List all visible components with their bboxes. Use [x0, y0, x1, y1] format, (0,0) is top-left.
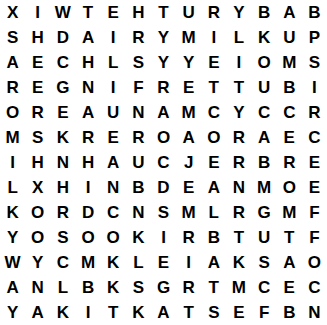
grid-cell[interactable]: A	[75, 25, 100, 50]
grid-cell[interactable]: E	[302, 150, 327, 175]
grid-cell[interactable]: F	[302, 225, 327, 250]
grid-cell[interactable]: Y	[226, 0, 251, 25]
grid-cell[interactable]: G	[50, 75, 75, 100]
grid-cell[interactable]: L	[226, 25, 251, 50]
grid-cell[interactable]: I	[151, 225, 176, 250]
grid-cell[interactable]: I	[75, 175, 100, 200]
grid-cell[interactable]: J	[176, 150, 201, 175]
grid-cell[interactable]: E	[101, 125, 126, 150]
grid-cell[interactable]: Y	[151, 25, 176, 50]
grid-cell[interactable]: H	[50, 175, 75, 200]
grid-cell[interactable]: E	[302, 175, 327, 200]
grid-cell[interactable]: X	[25, 175, 50, 200]
grid-cell[interactable]: Y	[25, 250, 50, 275]
grid-cell[interactable]: N	[226, 175, 251, 200]
grid-cell[interactable]: T	[226, 225, 251, 250]
grid-cell[interactable]: D	[50, 25, 75, 50]
grid-cell[interactable]: E	[50, 100, 75, 125]
grid-cell[interactable]: R	[75, 125, 100, 150]
grid-cell[interactable]: L	[101, 50, 126, 75]
grid-cell[interactable]: O	[302, 250, 327, 275]
grid-cell[interactable]: O	[101, 225, 126, 250]
grid-cell[interactable]: I	[25, 0, 50, 25]
grid-cell[interactable]: Y	[151, 50, 176, 75]
grid-cell[interactable]: N	[126, 200, 151, 225]
grid-cell[interactable]: A	[25, 300, 50, 325]
grid-cell[interactable]: R	[50, 200, 75, 225]
grid-cell[interactable]: S	[302, 50, 327, 75]
grid-cell[interactable]: I	[75, 300, 100, 325]
grid-cell[interactable]: H	[75, 150, 100, 175]
grid-cell[interactable]: S	[201, 300, 226, 325]
grid-cell[interactable]: A	[75, 100, 100, 125]
grid-cell[interactable]: S	[25, 125, 50, 150]
grid-cell[interactable]: A	[101, 150, 126, 175]
grid-cell[interactable]: R	[302, 100, 327, 125]
grid-cell[interactable]: E	[151, 250, 176, 275]
grid-cell[interactable]: S	[252, 250, 277, 275]
grid-cell[interactable]: A	[151, 300, 176, 325]
grid-cell[interactable]: E	[25, 50, 50, 75]
grid-cell[interactable]: H	[126, 0, 151, 25]
grid-cell[interactable]: Y	[176, 50, 201, 75]
grid-cell[interactable]: W	[50, 0, 75, 25]
grid-cell[interactable]: H	[75, 50, 100, 75]
grid-cell[interactable]: C	[302, 275, 327, 300]
grid-cell[interactable]: O	[75, 225, 100, 250]
grid-cell[interactable]: U	[252, 225, 277, 250]
grid-cell[interactable]: M	[176, 200, 201, 225]
grid-cell[interactable]: R	[25, 100, 50, 125]
grid-cell[interactable]: K	[50, 125, 75, 150]
grid-cell[interactable]: E	[201, 150, 226, 175]
grid-cell[interactable]: R	[226, 125, 251, 150]
grid-cell[interactable]: E	[201, 50, 226, 75]
grid-cell[interactable]: R	[226, 150, 251, 175]
grid-cell[interactable]: A	[0, 50, 25, 75]
grid-cell[interactable]: E	[176, 75, 201, 100]
grid-cell[interactable]: I	[0, 150, 25, 175]
grid-cell[interactable]: C	[277, 100, 302, 125]
grid-cell[interactable]: N	[25, 275, 50, 300]
grid-cell[interactable]: M	[226, 275, 251, 300]
grid-cell[interactable]: U	[252, 75, 277, 100]
grid-cell[interactable]: U	[176, 0, 201, 25]
grid-cell[interactable]: T	[277, 225, 302, 250]
grid-cell[interactable]: C	[252, 100, 277, 125]
grid-cell[interactable]: N	[75, 75, 100, 100]
grid-cell[interactable]: O	[151, 125, 176, 150]
grid-cell[interactable]: N	[126, 100, 151, 125]
grid-cell[interactable]: R	[126, 25, 151, 50]
grid-cell[interactable]: R	[176, 275, 201, 300]
grid-cell[interactable]: O	[25, 225, 50, 250]
grid-cell[interactable]: C	[101, 200, 126, 225]
grid-cell[interactable]: A	[151, 100, 176, 125]
grid-cell[interactable]: T	[176, 300, 201, 325]
grid-cell[interactable]: M	[176, 100, 201, 125]
grid-cell[interactable]: A	[277, 250, 302, 275]
grid-cell[interactable]: R	[126, 125, 151, 150]
grid-cell[interactable]: C	[50, 50, 75, 75]
grid-cell[interactable]: S	[0, 25, 25, 50]
grid-cell[interactable]: H	[25, 25, 50, 50]
grid-cell[interactable]: M	[277, 50, 302, 75]
grid-cell[interactable]: Y	[0, 225, 25, 250]
grid-cell[interactable]: E	[277, 125, 302, 150]
grid-cell[interactable]: N	[101, 175, 126, 200]
grid-cell[interactable]: T	[151, 0, 176, 25]
grid-cell[interactable]: F	[126, 75, 151, 100]
grid-cell[interactable]: K	[101, 275, 126, 300]
grid-cell[interactable]: B	[277, 75, 302, 100]
grid-cell[interactable]: L	[126, 250, 151, 275]
grid-cell[interactable]: Y	[0, 300, 25, 325]
grid-cell[interactable]: F	[302, 200, 327, 225]
grid-cell[interactable]: R	[176, 225, 201, 250]
grid-cell[interactable]: A	[176, 125, 201, 150]
grid-cell[interactable]: O	[201, 125, 226, 150]
grid-cell[interactable]: E	[176, 175, 201, 200]
grid-cell[interactable]: N	[302, 300, 327, 325]
grid-cell[interactable]: G	[252, 200, 277, 225]
grid-cell[interactable]: E	[101, 0, 126, 25]
grid-cell[interactable]: B	[302, 0, 327, 25]
grid-cell[interactable]: S	[126, 50, 151, 75]
grid-cell[interactable]: K	[50, 300, 75, 325]
grid-cell[interactable]: C	[252, 275, 277, 300]
grid-cell[interactable]: M	[277, 200, 302, 225]
grid-cell[interactable]: G	[151, 275, 176, 300]
grid-cell[interactable]: S	[126, 275, 151, 300]
grid-cell[interactable]: E	[25, 75, 50, 100]
grid-cell[interactable]: R	[151, 75, 176, 100]
grid-cell[interactable]: C	[302, 125, 327, 150]
grid-cell[interactable]: F	[252, 300, 277, 325]
grid-cell[interactable]: M	[0, 125, 25, 150]
grid-cell[interactable]: I	[101, 75, 126, 100]
grid-cell[interactable]: C	[201, 100, 226, 125]
grid-cell[interactable]: A	[201, 175, 226, 200]
grid-cell[interactable]: L	[0, 175, 25, 200]
grid-cell[interactable]: O	[277, 175, 302, 200]
grid-cell[interactable]: H	[25, 150, 50, 175]
grid-cell[interactable]: L	[50, 275, 75, 300]
grid-cell[interactable]: B	[201, 225, 226, 250]
grid-cell[interactable]: R	[201, 0, 226, 25]
grid-cell[interactable]: E	[277, 275, 302, 300]
grid-cell[interactable]: B	[252, 150, 277, 175]
grid-cell[interactable]: R	[277, 150, 302, 175]
grid-cell[interactable]: A	[277, 0, 302, 25]
grid-cell[interactable]: T	[75, 0, 100, 25]
grid-cell[interactable]: M	[252, 175, 277, 200]
grid-cell[interactable]: T	[226, 75, 251, 100]
grid-cell[interactable]: C	[50, 250, 75, 275]
grid-cell[interactable]: I	[176, 250, 201, 275]
grid-cell[interactable]: C	[151, 150, 176, 175]
grid-cell[interactable]: U	[277, 25, 302, 50]
grid-cell[interactable]: A	[0, 275, 25, 300]
grid-cell[interactable]: B	[126, 175, 151, 200]
grid-cell[interactable]: K	[126, 225, 151, 250]
grid-cell[interactable]: Y	[226, 100, 251, 125]
grid-cell[interactable]: I	[201, 25, 226, 50]
grid-cell[interactable]: D	[151, 175, 176, 200]
grid-cell[interactable]: K	[0, 200, 25, 225]
grid-cell[interactable]: T	[101, 300, 126, 325]
grid-cell[interactable]: U	[101, 100, 126, 125]
grid-cell[interactable]: W	[0, 250, 25, 275]
grid-cell[interactable]: B	[75, 275, 100, 300]
grid-cell[interactable]: S	[151, 200, 176, 225]
grid-cell[interactable]: R	[226, 200, 251, 225]
grid-cell[interactable]: N	[50, 150, 75, 175]
grid-cell[interactable]: K	[126, 300, 151, 325]
grid-cell[interactable]: K	[101, 250, 126, 275]
grid-cell[interactable]: P	[302, 25, 327, 50]
grid-cell[interactable]: D	[75, 200, 100, 225]
grid-cell[interactable]: I	[226, 50, 251, 75]
grid-cell[interactable]: M	[75, 250, 100, 275]
grid-cell[interactable]: L	[201, 200, 226, 225]
grid-cell[interactable]: A	[252, 125, 277, 150]
grid-cell[interactable]: U	[126, 150, 151, 175]
grid-cell[interactable]: T	[201, 75, 226, 100]
grid-cell[interactable]: B	[277, 300, 302, 325]
grid-cell[interactable]: O	[0, 100, 25, 125]
grid-cell[interactable]: A	[201, 250, 226, 275]
grid-cell[interactable]: E	[226, 300, 251, 325]
grid-cell[interactable]: O	[252, 50, 277, 75]
grid-cell[interactable]: K	[226, 250, 251, 275]
grid-cell[interactable]: X	[0, 0, 25, 25]
grid-cell[interactable]: K	[252, 25, 277, 50]
grid-cell[interactable]: R	[0, 75, 25, 100]
grid-cell[interactable]: I	[101, 25, 126, 50]
grid-cell[interactable]: T	[201, 275, 226, 300]
grid-cell[interactable]: M	[176, 25, 201, 50]
grid-cell[interactable]: B	[252, 0, 277, 25]
word-search-grid: XIWTEHTURYBABSHDAIRYMILKUPAECHLSYYEIOMSR…	[0, 0, 327, 325]
grid-cell[interactable]: I	[302, 75, 327, 100]
grid-cell[interactable]: O	[25, 200, 50, 225]
grid-cell[interactable]: S	[50, 225, 75, 250]
